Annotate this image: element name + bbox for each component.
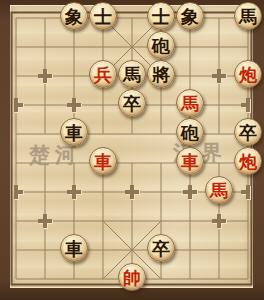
piece-glyph: 士 — [94, 8, 112, 26]
piece-glyph: 砲 — [181, 124, 199, 142]
piece-black-soldier[interactable]: 卒 — [147, 234, 175, 262]
piece-glyph: 帥 — [123, 269, 141, 287]
piece-red-horse[interactable]: 馬 — [205, 176, 233, 204]
piece-black-horse[interactable]: 馬 — [234, 2, 262, 30]
piece-red-cannon[interactable]: 炮 — [234, 147, 262, 175]
piece-glyph: 炮 — [239, 153, 257, 171]
piece-glyph: 馬 — [181, 95, 199, 113]
piece-glyph: 卒 — [152, 240, 170, 258]
piece-red-general[interactable]: 帥 — [118, 263, 146, 291]
piece-black-cannon[interactable]: 砲 — [147, 31, 175, 59]
piece-glyph: 馬 — [239, 8, 257, 26]
piece-black-horse[interactable]: 馬 — [118, 60, 146, 88]
piece-red-soldier[interactable]: 兵 — [89, 60, 117, 88]
piece-glyph: 炮 — [239, 66, 257, 84]
piece-black-cannon[interactable]: 砲 — [176, 118, 204, 146]
piece-red-chariot[interactable]: 車 — [176, 147, 204, 175]
xiangqi-game-window: 楚河 汉界 象士士象馬砲兵馬將炮卒馬車砲卒車車炮馬車卒帥 — [0, 0, 264, 300]
piece-black-advisor[interactable]: 士 — [89, 2, 117, 30]
piece-black-soldier[interactable]: 卒 — [118, 89, 146, 117]
piece-glyph: 馬 — [123, 66, 141, 84]
piece-glyph: 卒 — [123, 95, 141, 113]
piece-glyph: 車 — [65, 240, 83, 258]
piece-red-chariot[interactable]: 車 — [89, 147, 117, 175]
piece-black-advisor[interactable]: 士 — [147, 2, 175, 30]
piece-glyph: 車 — [65, 124, 83, 142]
piece-glyph: 馬 — [210, 182, 228, 200]
piece-glyph: 士 — [152, 8, 170, 26]
piece-red-cannon[interactable]: 炮 — [234, 60, 262, 88]
piece-black-soldier[interactable]: 卒 — [234, 118, 262, 146]
piece-black-elephant[interactable]: 象 — [176, 2, 204, 30]
piece-glyph: 卒 — [239, 124, 257, 142]
piece-black-elephant[interactable]: 象 — [60, 2, 88, 30]
piece-glyph: 象 — [181, 8, 199, 26]
piece-glyph: 將 — [152, 66, 170, 84]
piece-red-horse[interactable]: 馬 — [176, 89, 204, 117]
piece-glyph: 象 — [65, 8, 83, 26]
piece-black-chariot[interactable]: 車 — [60, 118, 88, 146]
piece-black-general[interactable]: 將 — [147, 60, 175, 88]
piece-black-chariot[interactable]: 車 — [60, 234, 88, 262]
piece-glyph: 車 — [94, 153, 112, 171]
piece-glyph: 兵 — [94, 66, 112, 84]
piece-glyph: 砲 — [152, 37, 170, 55]
piece-glyph: 車 — [181, 153, 199, 171]
